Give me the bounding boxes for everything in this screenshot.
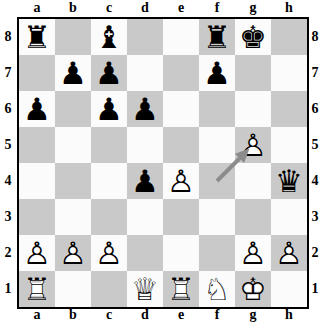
piece-fill-layer: ♛ (271, 163, 307, 199)
chess-diagram: ♜♝♜♚♟♟♟♟♟♟♟♙♟♟♙♛♟♙♟♙♟♙♟♙♟♙♜♖♛♕♜♖♞♘♚♔ aab… (0, 0, 322, 322)
rank-label-8-right: 8 (307, 19, 322, 55)
square-h6[interactable] (271, 91, 307, 127)
piece-fill-layer: ♜ (19, 19, 55, 55)
piece-outline-layer: ♙ (235, 127, 271, 163)
square-e5[interactable] (163, 127, 199, 163)
square-h5[interactable] (271, 127, 307, 163)
piece-outline-layer: ♙ (271, 235, 307, 271)
square-e1[interactable]: ♜♖ (163, 271, 199, 307)
square-g5[interactable]: ♟♙ (235, 127, 271, 163)
file-label-b-top: b (55, 0, 91, 16)
file-label-c-top: c (91, 0, 127, 16)
square-a2[interactable]: ♟♙ (19, 235, 55, 271)
piece-outline-layer: ♙ (163, 163, 199, 199)
square-b2[interactable]: ♟♙ (55, 235, 91, 271)
piece-white-rook[interactable]: ♜♖ (19, 271, 55, 307)
file-label-d-bottom: d (127, 307, 163, 322)
piece-outline-layer: ♔ (235, 271, 271, 307)
piece-outline-layer: ♙ (91, 235, 127, 271)
piece-white-pawn[interactable]: ♟♙ (235, 127, 271, 163)
square-a1[interactable]: ♜♖ (19, 271, 55, 307)
square-g6[interactable] (235, 91, 271, 127)
piece-fill-layer: ♜ (199, 19, 235, 55)
square-f5[interactable] (199, 127, 235, 163)
square-a5[interactable] (19, 127, 55, 163)
piece-white-pawn[interactable]: ♟♙ (91, 235, 127, 271)
square-e7[interactable] (163, 55, 199, 91)
square-c6[interactable]: ♟ (91, 91, 127, 127)
square-g1[interactable]: ♚♔ (235, 271, 271, 307)
square-a6[interactable]: ♟ (19, 91, 55, 127)
rank-label-4-left: 4 (0, 163, 16, 199)
piece-white-pawn[interactable]: ♟♙ (235, 235, 271, 271)
piece-fill-layer: ♟ (19, 91, 55, 127)
square-d7[interactable] (127, 55, 163, 91)
square-d4[interactable]: ♟ (127, 163, 163, 199)
square-f6[interactable] (199, 91, 235, 127)
square-b8[interactable] (55, 19, 91, 55)
piece-fill-layer: ♟ (127, 163, 163, 199)
file-label-e-bottom: e (163, 307, 199, 322)
piece-black-pawn[interactable]: ♟ (91, 55, 127, 91)
board: ♜♝♜♚♟♟♟♟♟♟♟♙♟♟♙♛♟♙♟♙♟♙♟♙♟♙♜♖♛♕♜♖♞♘♚♔ (19, 19, 307, 307)
square-b4[interactable] (55, 163, 91, 199)
piece-fill-layer: ♝ (91, 19, 127, 55)
file-label-f-bottom: f (199, 307, 235, 322)
square-c3[interactable] (91, 199, 127, 235)
file-label-g-bottom: g (235, 307, 271, 322)
square-e2[interactable] (163, 235, 199, 271)
square-h4[interactable]: ♛ (271, 163, 307, 199)
file-label-a-top: a (19, 0, 55, 16)
square-f8[interactable]: ♜ (199, 19, 235, 55)
piece-black-king[interactable]: ♚ (235, 19, 271, 55)
piece-black-pawn[interactable]: ♟ (199, 55, 235, 91)
piece-black-pawn[interactable]: ♟ (55, 55, 91, 91)
piece-black-rook[interactable]: ♜ (19, 19, 55, 55)
square-a7[interactable] (19, 55, 55, 91)
piece-fill-layer: ♟ (55, 55, 91, 91)
board-frame: ♜♝♜♚♟♟♟♟♟♟♟♙♟♟♙♛♟♙♟♙♟♙♟♙♟♙♜♖♛♕♜♖♞♘♚♔ (17, 17, 309, 309)
square-d8[interactable] (127, 19, 163, 55)
piece-white-queen[interactable]: ♛♕ (127, 271, 163, 307)
square-d2[interactable] (127, 235, 163, 271)
piece-white-pawn[interactable]: ♟♙ (19, 235, 55, 271)
square-e6[interactable] (163, 91, 199, 127)
rank-label-3-left: 3 (0, 199, 16, 235)
square-g8[interactable]: ♚ (235, 19, 271, 55)
piece-white-pawn[interactable]: ♟♙ (271, 235, 307, 271)
piece-outline-layer: ♖ (19, 271, 55, 307)
piece-outline-layer: ♙ (19, 235, 55, 271)
square-h8[interactable] (271, 19, 307, 55)
square-f4[interactable] (199, 163, 235, 199)
square-c4[interactable] (91, 163, 127, 199)
rank-label-5-right: 5 (307, 127, 322, 163)
square-b7[interactable]: ♟ (55, 55, 91, 91)
file-label-h-bottom: h (271, 307, 307, 322)
square-b1[interactable] (55, 271, 91, 307)
square-c5[interactable] (91, 127, 127, 163)
piece-black-pawn[interactable]: ♟ (19, 91, 55, 127)
square-e4[interactable]: ♟♙ (163, 163, 199, 199)
square-b6[interactable] (55, 91, 91, 127)
rank-label-8-left: 8 (0, 19, 16, 55)
piece-white-king[interactable]: ♚♔ (235, 271, 271, 307)
square-e3[interactable] (163, 199, 199, 235)
square-e8[interactable] (163, 19, 199, 55)
piece-white-pawn[interactable]: ♟♙ (55, 235, 91, 271)
piece-white-rook[interactable]: ♜♖ (163, 271, 199, 307)
piece-fill-layer: ♟ (199, 55, 235, 91)
rank-label-6-left: 6 (0, 91, 16, 127)
square-f7[interactable]: ♟ (199, 55, 235, 91)
rank-label-7-right: 7 (307, 55, 322, 91)
rank-label-1-left: 1 (0, 271, 16, 307)
square-b5[interactable] (55, 127, 91, 163)
piece-black-bishop[interactable]: ♝ (91, 19, 127, 55)
piece-fill-layer: ♟ (91, 91, 127, 127)
piece-black-pawn[interactable]: ♟ (91, 91, 127, 127)
square-d3[interactable] (127, 199, 163, 235)
piece-black-queen[interactable]: ♛ (271, 163, 307, 199)
piece-fill-layer: ♟ (127, 91, 163, 127)
square-b3[interactable] (55, 199, 91, 235)
square-g4[interactable] (235, 163, 271, 199)
file-label-e-top: e (163, 0, 199, 16)
square-f1[interactable]: ♞♘ (199, 271, 235, 307)
square-g2[interactable]: ♟♙ (235, 235, 271, 271)
square-a4[interactable] (19, 163, 55, 199)
piece-white-pawn[interactable]: ♟♙ (163, 163, 199, 199)
piece-fill-layer: ♟ (91, 55, 127, 91)
piece-black-pawn[interactable]: ♟ (127, 91, 163, 127)
piece-outline-layer: ♙ (55, 235, 91, 271)
file-label-h-top: h (271, 0, 307, 16)
file-label-d-top: d (127, 0, 163, 16)
square-c8[interactable]: ♝ (91, 19, 127, 55)
square-h2[interactable]: ♟♙ (271, 235, 307, 271)
square-h1[interactable] (271, 271, 307, 307)
piece-outline-layer: ♖ (163, 271, 199, 307)
rank-label-4-right: 4 (307, 163, 322, 199)
rank-label-1-right: 1 (307, 271, 322, 307)
rank-label-3-right: 3 (307, 199, 322, 235)
rank-label-5-left: 5 (0, 127, 16, 163)
square-d5[interactable] (127, 127, 163, 163)
piece-outline-layer: ♕ (127, 271, 163, 307)
square-h7[interactable] (271, 55, 307, 91)
file-label-f-top: f (199, 0, 235, 16)
square-a3[interactable] (19, 199, 55, 235)
square-c7[interactable]: ♟ (91, 55, 127, 91)
file-label-c-bottom: c (91, 307, 127, 322)
square-c2[interactable]: ♟♙ (91, 235, 127, 271)
rank-label-6-right: 6 (307, 91, 322, 127)
piece-black-pawn[interactable]: ♟ (127, 163, 163, 199)
square-f3[interactable] (199, 199, 235, 235)
file-label-a-bottom: a (19, 307, 55, 322)
piece-fill-layer: ♚ (235, 19, 271, 55)
square-a8[interactable]: ♜ (19, 19, 55, 55)
rank-label-2-left: 2 (0, 235, 16, 271)
piece-white-knight[interactable]: ♞♘ (199, 271, 235, 307)
square-h3[interactable] (271, 199, 307, 235)
file-label-b-bottom: b (55, 307, 91, 322)
rank-label-2-right: 2 (307, 235, 322, 271)
piece-outline-layer: ♘ (199, 271, 235, 307)
square-g7[interactable] (235, 55, 271, 91)
square-g3[interactable] (235, 199, 271, 235)
square-d1[interactable]: ♛♕ (127, 271, 163, 307)
piece-outline-layer: ♙ (235, 235, 271, 271)
square-c1[interactable] (91, 271, 127, 307)
square-d6[interactable]: ♟ (127, 91, 163, 127)
square-f2[interactable] (199, 235, 235, 271)
file-label-g-top: g (235, 0, 271, 16)
rank-label-7-left: 7 (0, 55, 16, 91)
piece-black-rook[interactable]: ♜ (199, 19, 235, 55)
